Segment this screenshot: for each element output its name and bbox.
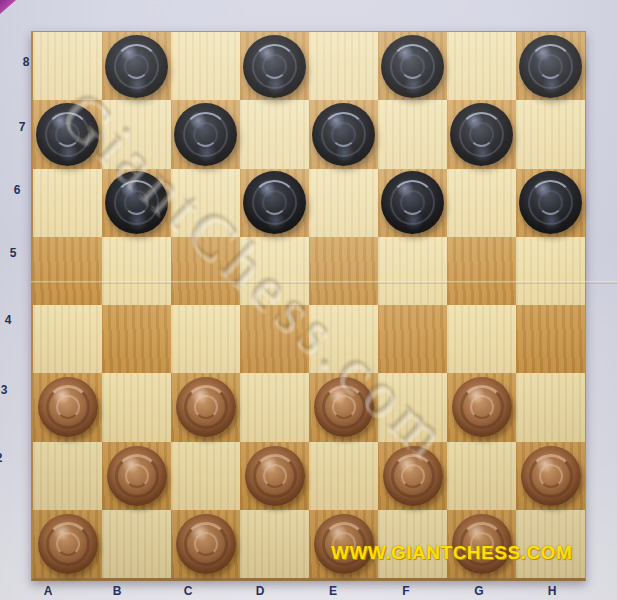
checker-black-man xyxy=(519,171,582,234)
rank-label-4: 4 xyxy=(1,313,15,327)
square-a2 xyxy=(33,442,102,510)
square-f5 xyxy=(378,237,447,305)
rank-label-2: 2 xyxy=(0,451,6,465)
square-h7 xyxy=(516,100,585,168)
checker-black-man xyxy=(450,103,513,166)
website-url: WWW.GIANTCHESS.COM xyxy=(331,542,572,564)
square-b1 xyxy=(102,510,171,578)
checker-wood-man xyxy=(107,446,167,506)
square-d3 xyxy=(240,373,309,441)
checker-black-man xyxy=(105,171,168,234)
square-d7 xyxy=(240,100,309,168)
square-b8 xyxy=(102,32,171,100)
square-c4 xyxy=(171,305,240,373)
square-b5 xyxy=(102,237,171,305)
square-h6 xyxy=(516,169,585,237)
file-label-b: B xyxy=(109,584,125,598)
checker-wood-man xyxy=(38,514,98,574)
checker-black-man xyxy=(519,35,582,98)
file-label-a: A xyxy=(40,584,56,598)
square-a7 xyxy=(33,100,102,168)
square-b2 xyxy=(102,442,171,510)
square-g3 xyxy=(447,373,516,441)
checker-black-man xyxy=(243,35,306,98)
square-h2 xyxy=(516,442,585,510)
file-label-f: F xyxy=(398,584,414,598)
square-e4 xyxy=(309,305,378,373)
square-g2 xyxy=(447,442,516,510)
photo-corner-artifact xyxy=(0,0,16,14)
checker-wood-man xyxy=(383,446,443,506)
square-a8 xyxy=(33,32,102,100)
checker-wood-man xyxy=(314,377,374,437)
checker-wood-man xyxy=(452,377,512,437)
square-d4 xyxy=(240,305,309,373)
square-c7 xyxy=(171,100,240,168)
rank-label-5: 5 xyxy=(6,246,20,260)
checker-wood-man xyxy=(521,446,581,506)
square-f3 xyxy=(378,373,447,441)
square-a6 xyxy=(33,169,102,237)
checker-black-man xyxy=(105,35,168,98)
square-h4 xyxy=(516,305,585,373)
file-label-e: E xyxy=(325,584,341,598)
square-g7 xyxy=(447,100,516,168)
rank-label-6: 6 xyxy=(10,183,24,197)
checker-wood-man xyxy=(176,514,236,574)
square-f2 xyxy=(378,442,447,510)
file-label-h: H xyxy=(544,584,560,598)
square-e8 xyxy=(309,32,378,100)
square-a5 xyxy=(33,237,102,305)
square-c2 xyxy=(171,442,240,510)
rank-label-7: 7 xyxy=(15,120,29,134)
square-d5 xyxy=(240,237,309,305)
square-d8 xyxy=(240,32,309,100)
square-d2 xyxy=(240,442,309,510)
square-g5 xyxy=(447,237,516,305)
square-h3 xyxy=(516,373,585,441)
checker-wood-man xyxy=(38,377,98,437)
checker-black-man xyxy=(312,103,375,166)
checkers-board xyxy=(31,31,586,581)
square-b4 xyxy=(102,305,171,373)
square-e3 xyxy=(309,373,378,441)
square-b7 xyxy=(102,100,171,168)
checker-black-man xyxy=(381,35,444,98)
file-label-d: D xyxy=(252,584,268,598)
square-e7 xyxy=(309,100,378,168)
square-f8 xyxy=(378,32,447,100)
square-a4 xyxy=(33,305,102,373)
square-h5 xyxy=(516,237,585,305)
square-d6 xyxy=(240,169,309,237)
square-d1 xyxy=(240,510,309,578)
checkers-photo: GiantChess.com WWW.GIANTCHESS.COM 8 7 6 … xyxy=(0,0,617,600)
square-c6 xyxy=(171,169,240,237)
square-e2 xyxy=(309,442,378,510)
checker-black-man xyxy=(174,103,237,166)
square-c3 xyxy=(171,373,240,441)
square-f4 xyxy=(378,305,447,373)
square-c5 xyxy=(171,237,240,305)
square-c1 xyxy=(171,510,240,578)
square-g8 xyxy=(447,32,516,100)
checker-black-man xyxy=(243,171,306,234)
square-c8 xyxy=(171,32,240,100)
rank-label-3: 3 xyxy=(0,383,11,397)
square-a1 xyxy=(33,510,102,578)
square-f6 xyxy=(378,169,447,237)
square-e6 xyxy=(309,169,378,237)
checker-wood-man xyxy=(245,446,305,506)
square-g6 xyxy=(447,169,516,237)
square-a3 xyxy=(33,373,102,441)
file-label-c: C xyxy=(180,584,196,598)
square-f7 xyxy=(378,100,447,168)
checker-wood-man xyxy=(176,377,236,437)
rank-label-8: 8 xyxy=(19,55,33,69)
square-e5 xyxy=(309,237,378,305)
square-b3 xyxy=(102,373,171,441)
checker-black-man xyxy=(36,103,99,166)
checker-black-man xyxy=(381,171,444,234)
square-h8 xyxy=(516,32,585,100)
square-g4 xyxy=(447,305,516,373)
file-label-g: G xyxy=(471,584,487,598)
square-b6 xyxy=(102,169,171,237)
